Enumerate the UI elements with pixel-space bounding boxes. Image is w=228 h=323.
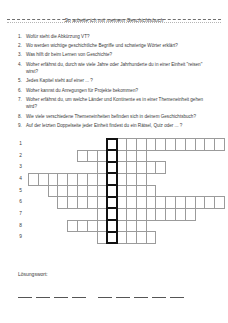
clue-number: 5: [14, 188, 22, 193]
question-text: Was hilft dir beim Lernen von Geschichte…: [26, 51, 208, 59]
crossword-cell: [155, 161, 166, 174]
question-number: 9.: [18, 122, 26, 130]
question-item: 9.Auf der letzten Doppelseite jeder Einh…: [18, 122, 208, 130]
question-item: 4.Woher erfährst du, durch wie viele Jah…: [18, 61, 208, 76]
question-item: 1.Wofür steht die Abkürzung VT?: [18, 33, 208, 41]
crossword-cell: [214, 196, 225, 209]
crossword-cell: [185, 208, 196, 221]
solution-letter-blank: [170, 289, 184, 298]
crossword-cell: [146, 231, 157, 244]
question-text: Wo werden wichtige geschichtliche Begrif…: [26, 42, 208, 50]
question-item: 6.Woher kannst du Anregungen für Projekt…: [18, 87, 208, 95]
solution-letter-blank: [18, 289, 32, 298]
page-title-wrap: So arbeite ich mit meinem Geschichtsbuch: [0, 8, 228, 26]
question-item: 5.Jedes Kapitel steht auf einer ... ?: [18, 77, 208, 85]
question-number: 8.: [18, 113, 26, 121]
question-number: 3.: [18, 51, 26, 59]
question-number: 5.: [18, 77, 26, 85]
clue-number: 1: [14, 141, 22, 146]
question-item: 8.Wie viele verschiedene Themeneinheiten…: [18, 113, 208, 121]
clue-number: 2: [14, 153, 22, 158]
question-text: Wie viele verschiedene Themeneinheiten b…: [26, 113, 208, 121]
question-text: Woher erfährst du, durch wie viele Jahre…: [26, 61, 208, 76]
clue-number: 7: [14, 211, 22, 216]
solution-letter-blank: [72, 289, 86, 298]
question-item: 2.Wo werden wichtige geschichtliche Begr…: [18, 42, 208, 50]
clue-number: 6: [14, 199, 22, 204]
question-item: 3.Was hilft dir beim Lernen von Geschich…: [18, 51, 208, 59]
clue-number: 8: [14, 223, 22, 228]
clue-number: 3: [14, 164, 22, 169]
solution-letter-blank: [98, 289, 112, 298]
clue-number: 9: [14, 234, 22, 239]
solution-word-label: Lösungswort:: [18, 271, 48, 277]
solution-letter-blank: [54, 289, 68, 298]
question-text: Jedes Kapitel steht auf einer ... ?: [26, 77, 208, 85]
solution-letter-blank: [36, 289, 50, 298]
title-divider: [7, 19, 221, 23]
question-item: 7.Woher erfährst du, um welche Länder un…: [18, 96, 208, 111]
clue-number: 4: [14, 176, 22, 181]
questions-list: 1.Wofür steht die Abkürzung VT?2.Wo werd…: [18, 33, 208, 131]
solution-blanks: [18, 284, 218, 294]
question-text: Woher erfährst du, um welche Länder und …: [26, 96, 208, 111]
question-number: 6.: [18, 87, 26, 95]
crossword-grid: 123456789: [28, 138, 228, 244]
question-number: 1.: [18, 33, 26, 41]
question-number: 7.: [18, 96, 26, 111]
question-number: 4.: [18, 61, 26, 76]
question-text: Auf der letzten Doppelseite jeder Einhei…: [26, 122, 208, 130]
solution-cell: [106, 231, 118, 245]
solution-letter-blank: [134, 289, 148, 298]
crossword-cell: [214, 138, 225, 151]
solution-letter-blank: [152, 289, 166, 298]
question-text: Woher kannst du Anregungen für Projekte …: [26, 87, 208, 95]
question-text: Wofür steht die Abkürzung VT?: [26, 33, 208, 41]
solution-letter-blank: [116, 289, 130, 298]
question-number: 2.: [18, 42, 26, 50]
